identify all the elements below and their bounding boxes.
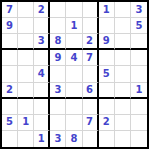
cell-r6c1[interactable]: 2 [2,83,18,99]
cell-r2c7[interactable] [99,18,115,34]
cell-r6c4[interactable]: 3 [50,83,66,99]
cell-r1c7[interactable]: 1 [99,2,115,18]
cell-r4c8[interactable] [115,50,131,66]
cell-r3c8[interactable] [115,34,131,50]
cell-r4c1[interactable] [2,50,18,66]
cell-r3c4[interactable]: 8 [50,34,66,50]
cell-r8c2[interactable]: 1 [18,115,34,131]
cell-r9c8[interactable] [115,131,131,147]
cell-r4c2[interactable] [18,50,34,66]
cell-r6c5[interactable] [66,83,82,99]
cell-r4c3[interactable] [34,50,50,66]
cell-r3c5[interactable] [66,34,82,50]
cell-r8c3[interactable] [34,115,50,131]
cell-r5c1[interactable] [2,66,18,82]
cell-r9c4[interactable]: 3 [50,131,66,147]
cell-r5c3[interactable]: 4 [34,66,50,82]
cell-r7c2[interactable] [18,99,34,115]
cell-r2c6[interactable] [83,18,99,34]
cell-r2c2[interactable] [18,18,34,34]
cell-r3c1[interactable] [2,34,18,50]
cell-r1c4[interactable] [50,2,66,18]
cell-r6c7[interactable] [99,83,115,99]
sudoku-page: 721391538299474523615172138 [0,0,150,150]
cell-r8c7[interactable]: 2 [99,115,115,131]
cell-r7c3[interactable] [34,99,50,115]
cell-r1c1[interactable]: 7 [2,2,18,18]
cell-r9c3[interactable]: 1 [34,131,50,147]
cell-r5c7[interactable]: 5 [99,66,115,82]
cell-r8c6[interactable]: 7 [83,115,99,131]
cell-r4c6[interactable]: 7 [83,50,99,66]
cell-r8c5[interactable] [66,115,82,131]
cell-r9c9[interactable] [131,131,147,147]
cell-r8c4[interactable] [50,115,66,131]
cell-r7c8[interactable] [115,99,131,115]
cell-r2c4[interactable] [50,18,66,34]
cell-r9c6[interactable] [83,131,99,147]
cell-r1c5[interactable] [66,2,82,18]
cell-r7c4[interactable] [50,99,66,115]
cell-r2c9[interactable]: 5 [131,18,147,34]
cell-r2c5[interactable]: 1 [66,18,82,34]
cell-r7c1[interactable] [2,99,18,115]
cell-r2c3[interactable] [34,18,50,34]
cell-r2c1[interactable]: 9 [2,18,18,34]
cell-r1c8[interactable] [115,2,131,18]
cell-r6c8[interactable] [115,83,131,99]
cell-r4c9[interactable] [131,50,147,66]
cell-r7c7[interactable] [99,99,115,115]
cell-r5c6[interactable] [83,66,99,82]
cell-r4c4[interactable]: 9 [50,50,66,66]
cell-r3c7[interactable]: 9 [99,34,115,50]
cell-r3c9[interactable] [131,34,147,50]
cell-r3c3[interactable]: 3 [34,34,50,50]
cell-r8c8[interactable] [115,115,131,131]
cell-r7c6[interactable] [83,99,99,115]
sudoku-board: 721391538299474523615172138 [0,0,149,149]
cell-r5c2[interactable] [18,66,34,82]
cell-r9c7[interactable] [99,131,115,147]
cell-r2c8[interactable] [115,18,131,34]
cell-r7c9[interactable] [131,99,147,115]
cell-r1c2[interactable] [18,2,34,18]
cell-r1c3[interactable]: 2 [34,2,50,18]
cell-r3c2[interactable] [18,34,34,50]
cell-r1c9[interactable]: 3 [131,2,147,18]
cell-r6c3[interactable] [34,83,50,99]
cell-r4c7[interactable] [99,50,115,66]
cell-r9c1[interactable] [2,131,18,147]
cell-r5c5[interactable] [66,66,82,82]
cell-r9c5[interactable]: 8 [66,131,82,147]
cell-r6c2[interactable] [18,83,34,99]
cell-r5c4[interactable] [50,66,66,82]
cell-r4c5[interactable]: 4 [66,50,82,66]
cell-r5c9[interactable] [131,66,147,82]
cell-r9c2[interactable] [18,131,34,147]
cell-r8c1[interactable]: 5 [2,115,18,131]
cell-r8c9[interactable] [131,115,147,131]
cell-r5c8[interactable] [115,66,131,82]
cell-r6c9[interactable]: 1 [131,83,147,99]
cell-r6c6[interactable]: 6 [83,83,99,99]
cell-r1c6[interactable] [83,2,99,18]
cell-r3c6[interactable]: 2 [83,34,99,50]
cell-r7c5[interactable] [66,99,82,115]
